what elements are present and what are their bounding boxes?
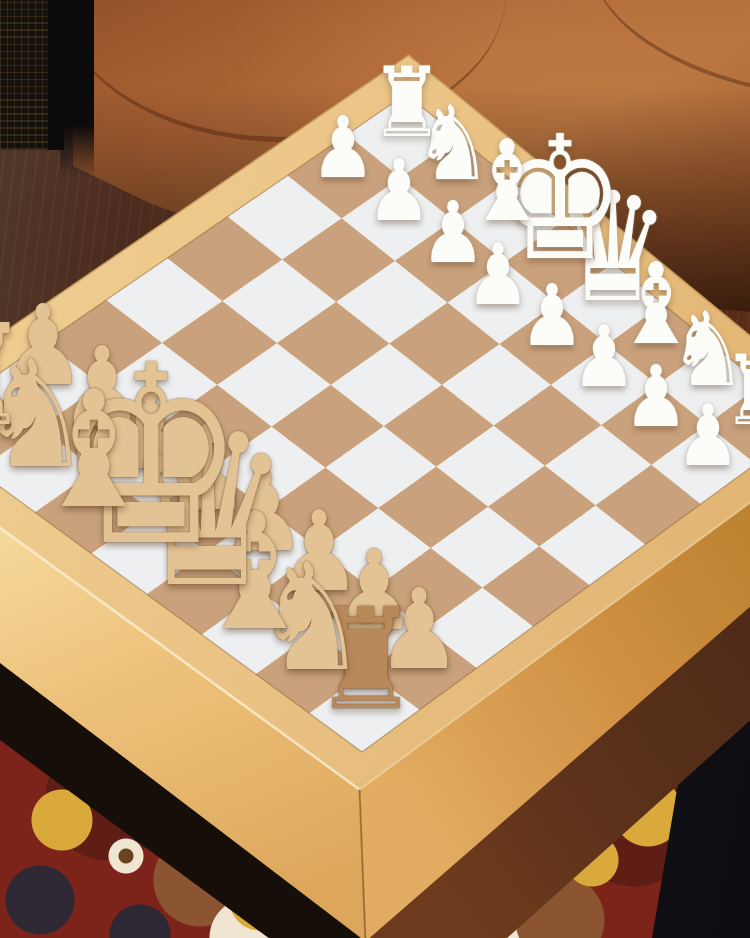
piece-black-rook-h8[interactable]: ♜ bbox=[0, 312, 30, 441]
photo-scene: ♜♞♝♛♚♝♞♜♟♟♟♟♟♟♟♟♟♟♟♟♟♟♟♟♜♞♝♛♚♝♞♜ bbox=[0, 0, 750, 938]
piece-white-rook-h1[interactable]: ♜ bbox=[370, 58, 444, 147]
piece-white-pawn-g2[interactable]: ♟ bbox=[366, 152, 431, 230]
piece-white-pawn-h2[interactable]: ♟ bbox=[311, 109, 376, 187]
